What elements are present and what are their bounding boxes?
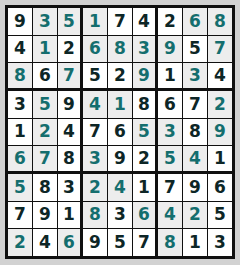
cell-r9c5[interactable]: 5	[108, 229, 132, 256]
cell-r9c6[interactable]: 7	[133, 229, 157, 256]
cell-r5c4[interactable]: 7	[83, 119, 107, 146]
cell-r9c3[interactable]: 6	[58, 229, 82, 256]
cell-r4c1[interactable]: 3	[8, 91, 32, 118]
cell-r2c1[interactable]: 4	[8, 36, 32, 63]
cell-r2c4[interactable]: 6	[83, 36, 107, 63]
sudoku-board-frame: 9351742684126839578675291343594186721247…	[5, 5, 235, 259]
cell-r2c3[interactable]: 2	[58, 36, 82, 63]
cell-r4c6[interactable]: 8	[133, 91, 157, 118]
cell-r7c2[interactable]: 8	[33, 174, 57, 201]
cell-r5c8[interactable]: 8	[183, 119, 207, 146]
cell-r6c5[interactable]: 9	[108, 146, 132, 173]
cell-r4c2[interactable]: 5	[33, 91, 57, 118]
cell-r2c7[interactable]: 9	[158, 36, 182, 63]
cell-r6c4[interactable]: 3	[83, 146, 107, 173]
cell-r9c7[interactable]: 8	[158, 229, 182, 256]
cell-r5c5[interactable]: 6	[108, 119, 132, 146]
cell-r9c4[interactable]: 9	[83, 229, 107, 256]
cell-r3c2[interactable]: 6	[33, 63, 57, 90]
cell-r8c2[interactable]: 9	[33, 202, 57, 229]
cell-r5c1[interactable]: 1	[8, 119, 32, 146]
cell-r6c7[interactable]: 5	[158, 146, 182, 173]
cell-r9c8[interactable]: 1	[183, 229, 207, 256]
cell-r8c4[interactable]: 8	[83, 202, 107, 229]
cell-r2c6[interactable]: 3	[133, 36, 157, 63]
cell-r8c8[interactable]: 2	[183, 202, 207, 229]
cell-r4c3[interactable]: 9	[58, 91, 82, 118]
cell-r1c1[interactable]: 9	[8, 8, 32, 35]
cell-r1c5[interactable]: 7	[108, 8, 132, 35]
cell-r1c4[interactable]: 1	[83, 8, 107, 35]
cell-r8c9[interactable]: 5	[208, 202, 232, 229]
cell-r6c3[interactable]: 8	[58, 146, 82, 173]
cell-r8c6[interactable]: 6	[133, 202, 157, 229]
cell-r8c5[interactable]: 3	[108, 202, 132, 229]
cell-r3c9[interactable]: 4	[208, 63, 232, 90]
cell-r8c1[interactable]: 7	[8, 202, 32, 229]
cell-r7c5[interactable]: 4	[108, 174, 132, 201]
cell-r4c9[interactable]: 2	[208, 91, 232, 118]
cell-r2c2[interactable]: 1	[33, 36, 57, 63]
cell-r7c1[interactable]: 5	[8, 174, 32, 201]
cell-r8c3[interactable]: 1	[58, 202, 82, 229]
cell-r7c7[interactable]: 7	[158, 174, 182, 201]
cell-r4c4[interactable]: 4	[83, 91, 107, 118]
cell-r1c9[interactable]: 8	[208, 8, 232, 35]
cell-r5c6[interactable]: 5	[133, 119, 157, 146]
cell-r7c8[interactable]: 9	[183, 174, 207, 201]
cell-r7c3[interactable]: 3	[58, 174, 82, 201]
cell-r6c1[interactable]: 6	[8, 146, 32, 173]
cell-r9c1[interactable]: 2	[8, 229, 32, 256]
sudoku-board: 9351742684126839578675291343594186721247…	[5, 5, 235, 259]
cell-r7c9[interactable]: 6	[208, 174, 232, 201]
cell-r1c6[interactable]: 4	[133, 8, 157, 35]
cell-r1c2[interactable]: 3	[33, 8, 57, 35]
cell-r7c4[interactable]: 2	[83, 174, 107, 201]
cell-r3c7[interactable]: 1	[158, 63, 182, 90]
cell-r1c7[interactable]: 2	[158, 8, 182, 35]
cell-r2c9[interactable]: 7	[208, 36, 232, 63]
cell-r6c6[interactable]: 2	[133, 146, 157, 173]
cell-r4c5[interactable]: 1	[108, 91, 132, 118]
cell-r1c3[interactable]: 5	[58, 8, 82, 35]
cell-r5c7[interactable]: 3	[158, 119, 182, 146]
cell-r6c8[interactable]: 4	[183, 146, 207, 173]
cell-r4c8[interactable]: 7	[183, 91, 207, 118]
cell-r3c8[interactable]: 3	[183, 63, 207, 90]
cell-r9c9[interactable]: 3	[208, 229, 232, 256]
cell-r9c2[interactable]: 4	[33, 229, 57, 256]
cell-r5c3[interactable]: 4	[58, 119, 82, 146]
cell-r8c7[interactable]: 4	[158, 202, 182, 229]
cell-r3c4[interactable]: 5	[83, 63, 107, 90]
cell-r3c1[interactable]: 8	[8, 63, 32, 90]
cell-r6c9[interactable]: 1	[208, 146, 232, 173]
cell-r2c8[interactable]: 5	[183, 36, 207, 63]
cell-r3c5[interactable]: 2	[108, 63, 132, 90]
cell-r2c5[interactable]: 8	[108, 36, 132, 63]
cell-r5c9[interactable]: 9	[208, 119, 232, 146]
cell-r1c8[interactable]: 6	[183, 8, 207, 35]
cell-r6c2[interactable]: 7	[33, 146, 57, 173]
cell-r4c7[interactable]: 6	[158, 91, 182, 118]
cell-r3c6[interactable]: 9	[133, 63, 157, 90]
cell-r5c2[interactable]: 2	[33, 119, 57, 146]
cell-r3c3[interactable]: 7	[58, 63, 82, 90]
cell-r7c6[interactable]: 1	[133, 174, 157, 201]
